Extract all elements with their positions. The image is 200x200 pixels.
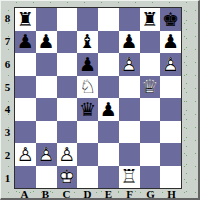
- square-f1[interactable]: ♜♖: [119, 166, 140, 189]
- piece-outline: ♘: [77, 76, 98, 99]
- square-c6[interactable]: [57, 53, 78, 76]
- piece-glyph: ♟: [15, 31, 36, 54]
- square-b5[interactable]: [36, 76, 57, 99]
- square-c1[interactable]: ♚♔: [57, 166, 78, 189]
- piece-glyph: ♟: [36, 31, 57, 54]
- square-f8[interactable]: [119, 8, 140, 31]
- square-e7[interactable]: [98, 31, 119, 54]
- square-b2[interactable]: ♟♙: [36, 143, 57, 166]
- square-e3[interactable]: [98, 121, 119, 144]
- square-g6[interactable]: [140, 53, 161, 76]
- square-c7[interactable]: [57, 31, 78, 54]
- piece-glyph: ♝: [77, 31, 98, 54]
- piece-glyph: ♜: [15, 8, 36, 31]
- square-a3[interactable]: [15, 121, 36, 144]
- piece-glyph: ♚: [160, 8, 181, 31]
- square-e6[interactable]: [98, 53, 119, 76]
- square-a4[interactable]: [15, 98, 36, 121]
- rank-label-7: 7: [1, 30, 14, 53]
- piece-glyph: ♛: [77, 98, 98, 121]
- square-d6[interactable]: ♟: [77, 53, 98, 76]
- piece-outline: ♙: [160, 53, 181, 76]
- rank-labels: 87654321: [1, 7, 14, 189]
- square-d4[interactable]: ♛: [77, 98, 98, 121]
- square-g4[interactable]: [140, 98, 161, 121]
- piece-outline: ♙: [119, 53, 140, 76]
- square-f2[interactable]: [119, 143, 140, 166]
- piece-glyph: ♟: [119, 31, 140, 54]
- rank-label-8: 8: [1, 7, 14, 30]
- piece-black-rook[interactable]: ♜: [140, 8, 161, 31]
- square-h1[interactable]: [160, 166, 181, 189]
- square-b4[interactable]: [36, 98, 57, 121]
- square-c3[interactable]: [57, 121, 78, 144]
- square-d1[interactable]: [77, 166, 98, 189]
- piece-white-pawn[interactable]: ♟♙: [15, 143, 36, 166]
- piece-black-queen[interactable]: ♛: [77, 98, 98, 121]
- piece-glyph: ♟: [98, 98, 119, 121]
- file-label-g: G: [140, 187, 161, 200]
- square-h5[interactable]: [160, 76, 181, 99]
- rank-label-6: 6: [1, 53, 14, 76]
- piece-outline: ♙: [15, 143, 36, 166]
- piece-outline: ♙: [57, 143, 78, 166]
- square-f5[interactable]: [119, 76, 140, 99]
- square-f6[interactable]: ♟♙: [119, 53, 140, 76]
- piece-glyph: ♟: [160, 31, 181, 54]
- square-e4[interactable]: ♟: [98, 98, 119, 121]
- square-h7[interactable]: ♟: [160, 31, 181, 54]
- square-h4[interactable]: [160, 98, 181, 121]
- piece-black-bishop[interactable]: ♝: [77, 31, 98, 54]
- piece-black-pawn[interactable]: ♟: [77, 53, 98, 76]
- piece-black-king[interactable]: ♚: [160, 8, 181, 31]
- square-a6[interactable]: [15, 53, 36, 76]
- piece-outline: ♙: [36, 143, 57, 166]
- square-d7[interactable]: ♝: [77, 31, 98, 54]
- rank-label-5: 5: [1, 75, 14, 98]
- piece-white-rook[interactable]: ♜♖: [119, 166, 140, 189]
- square-e1[interactable]: [98, 166, 119, 189]
- square-h2[interactable]: [160, 143, 181, 166]
- square-b7[interactable]: ♟: [36, 31, 57, 54]
- square-a2[interactable]: ♟♙: [15, 143, 36, 166]
- square-e5[interactable]: [98, 76, 119, 99]
- square-e2[interactable]: [98, 143, 119, 166]
- file-label-a: A: [14, 187, 35, 200]
- file-labels: ABCDEFGH: [14, 187, 182, 200]
- file-label-b: B: [35, 187, 56, 200]
- square-a8[interactable]: ♜: [15, 8, 36, 31]
- square-a5[interactable]: [15, 76, 36, 99]
- square-d3[interactable]: [77, 121, 98, 144]
- square-b6[interactable]: [36, 53, 57, 76]
- rank-label-2: 2: [1, 144, 14, 167]
- square-h8[interactable]: ♚: [160, 8, 181, 31]
- file-label-e: E: [98, 187, 119, 200]
- chess-board: ♜♜♚♟♟♝♟♟♟♟♙♟♙♞♘♛♕♛♟♟♙♟♙♟♙♚♔♜♖: [14, 7, 182, 189]
- piece-black-pawn[interactable]: ♟: [160, 31, 181, 54]
- piece-white-pawn[interactable]: ♟♙: [119, 53, 140, 76]
- square-h6[interactable]: ♟♙: [160, 53, 181, 76]
- square-d5[interactable]: ♞♘: [77, 76, 98, 99]
- square-d2[interactable]: [77, 143, 98, 166]
- piece-outline: ♖: [119, 166, 140, 189]
- rank-label-3: 3: [1, 121, 14, 144]
- piece-black-pawn[interactable]: ♟: [15, 31, 36, 54]
- square-g2[interactable]: [140, 143, 161, 166]
- square-e8[interactable]: [98, 8, 119, 31]
- file-label-d: D: [77, 187, 98, 200]
- piece-white-knight[interactable]: ♞♘: [77, 76, 98, 99]
- square-c4[interactable]: [57, 98, 78, 121]
- piece-white-pawn[interactable]: ♟♙: [36, 143, 57, 166]
- square-a7[interactable]: ♟: [15, 31, 36, 54]
- piece-glyph: ♜: [140, 8, 161, 31]
- square-f4[interactable]: [119, 98, 140, 121]
- piece-glyph: ♟: [77, 53, 98, 76]
- square-c8[interactable]: [57, 8, 78, 31]
- rank-label-4: 4: [1, 98, 14, 121]
- square-g3[interactable]: [140, 121, 161, 144]
- square-g8[interactable]: ♜: [140, 8, 161, 31]
- square-a1[interactable]: [15, 166, 36, 189]
- square-f3[interactable]: [119, 121, 140, 144]
- piece-white-queen[interactable]: ♛♕: [140, 76, 161, 99]
- piece-black-rook[interactable]: ♜: [15, 8, 36, 31]
- piece-white-king[interactable]: ♚♔: [57, 166, 78, 189]
- piece-white-pawn[interactable]: ♟♙: [57, 143, 78, 166]
- square-h3[interactable]: [160, 121, 181, 144]
- square-c5[interactable]: [57, 76, 78, 99]
- piece-black-pawn[interactable]: ♟: [119, 31, 140, 54]
- piece-outline: ♔: [57, 166, 78, 189]
- file-label-c: C: [56, 187, 77, 200]
- square-d8[interactable]: [77, 8, 98, 31]
- piece-white-pawn[interactable]: ♟♙: [160, 53, 181, 76]
- rank-label-1: 1: [1, 166, 14, 189]
- chess-board-window: 87654321 ♜♜♚♟♟♝♟♟♟♟♙♟♙♞♘♛♕♛♟♟♙♟♙♟♙♚♔♜♖ A…: [0, 0, 200, 200]
- square-g1[interactable]: [140, 166, 161, 189]
- square-f7[interactable]: ♟: [119, 31, 140, 54]
- file-label-h: H: [161, 187, 182, 200]
- piece-black-pawn[interactable]: ♟: [36, 31, 57, 54]
- square-g5[interactable]: ♛♕: [140, 76, 161, 99]
- square-c2[interactable]: ♟♙: [57, 143, 78, 166]
- square-b8[interactable]: [36, 8, 57, 31]
- square-g7[interactable]: [140, 31, 161, 54]
- square-b1[interactable]: [36, 166, 57, 189]
- piece-black-pawn[interactable]: ♟: [98, 98, 119, 121]
- piece-outline: ♕: [140, 76, 161, 99]
- file-label-f: F: [119, 187, 140, 200]
- square-b3[interactable]: [36, 121, 57, 144]
